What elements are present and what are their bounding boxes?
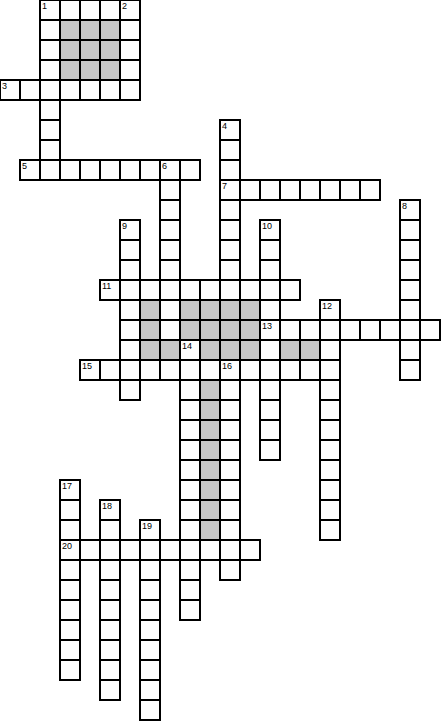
letter-cell-r18-c4[interactable]: 15	[79, 359, 101, 381]
letter-cell-r32-c3[interactable]	[59, 639, 81, 661]
letter-cell-r26-c11[interactable]	[219, 519, 241, 541]
letter-cell-r21-c9[interactable]	[179, 419, 201, 441]
letter-cell-r27-c6[interactable]	[119, 539, 141, 561]
letter-cell-r14-c6[interactable]	[119, 279, 141, 301]
letter-cell-r9-c12[interactable]	[239, 179, 261, 201]
clue-number-14: 14	[182, 341, 192, 351]
clue-number-6: 6	[162, 161, 167, 171]
letter-cell-r13-c11[interactable]	[219, 259, 241, 281]
clue-number-8: 8	[402, 201, 407, 211]
letter-cell-r15-c16[interactable]: 12	[319, 299, 341, 321]
letter-cell-r14-c10[interactable]	[199, 279, 221, 301]
filler-cell-r15-c11	[219, 299, 241, 321]
letter-cell-r17-c16[interactable]	[319, 339, 341, 361]
letter-cell-r8-c2[interactable]	[39, 159, 61, 181]
filler-cell-r2-c4	[79, 39, 101, 61]
letter-cell-r14-c5[interactable]: 11	[99, 279, 121, 301]
letter-cell-r14-c11[interactable]	[219, 279, 241, 301]
clue-number-16: 16	[222, 361, 232, 371]
filler-cell-r17-c8	[159, 339, 181, 361]
clue-number-15: 15	[82, 361, 92, 371]
filler-cell-r21-c10	[199, 419, 221, 441]
letter-cell-r18-c14[interactable]	[279, 359, 301, 381]
clue-number-20: 20	[62, 541, 72, 551]
letter-cell-r27-c4[interactable]	[79, 539, 101, 561]
letter-cell-r28-c11[interactable]	[219, 559, 241, 581]
letter-cell-r32-c7[interactable]	[139, 639, 161, 661]
letter-cell-r13-c6[interactable]	[119, 259, 141, 281]
letter-cell-r18-c12[interactable]	[239, 359, 261, 381]
letter-cell-r20-c11[interactable]	[219, 399, 241, 421]
letter-cell-r31-c3[interactable]	[59, 619, 81, 641]
filler-cell-r25-c10	[199, 499, 221, 521]
filler-cell-r15-c10	[199, 299, 221, 321]
letter-cell-r26-c16[interactable]	[319, 519, 341, 541]
letter-cell-r26-c3[interactable]	[59, 519, 81, 541]
letter-cell-r9-c16[interactable]	[319, 179, 341, 201]
clue-number-18: 18	[102, 501, 112, 511]
letter-cell-r6-c2[interactable]	[39, 119, 61, 141]
letter-cell-r16-c14[interactable]	[279, 319, 301, 341]
letter-cell-r9-c18[interactable]	[359, 179, 381, 201]
clue-number-13: 13	[262, 321, 272, 331]
letter-cell-r9-c13[interactable]	[259, 179, 281, 201]
letter-cell-r14-c13[interactable]	[259, 279, 281, 301]
filler-cell-r2-c5	[99, 39, 121, 61]
letter-cell-r27-c12[interactable]	[239, 539, 261, 561]
letter-cell-r18-c16[interactable]	[319, 359, 341, 381]
letter-cell-r30-c9[interactable]	[179, 599, 201, 621]
letter-cell-r8-c5[interactable]	[99, 159, 121, 181]
letter-cell-r13-c20[interactable]	[399, 259, 421, 281]
filler-cell-r23-c10	[199, 459, 221, 481]
letter-cell-r24-c3[interactable]: 17	[59, 479, 81, 501]
letter-cell-r4-c3[interactable]	[59, 79, 81, 101]
clue-number-4: 4	[222, 121, 227, 131]
letter-cell-r24-c9[interactable]	[179, 479, 201, 501]
letter-cell-r34-c7[interactable]	[139, 679, 161, 701]
clue-number-17: 17	[62, 481, 72, 491]
letter-cell-r18-c20[interactable]	[399, 359, 421, 381]
letter-cell-r33-c5[interactable]	[99, 659, 121, 681]
filler-cell-r17-c7	[139, 339, 161, 361]
filler-cell-r16-c12	[239, 319, 261, 341]
clue-number-12: 12	[322, 301, 332, 311]
letter-cell-r14-c20[interactable]	[399, 279, 421, 301]
letter-cell-r17-c9[interactable]: 14	[179, 339, 201, 361]
clue-number-1: 1	[42, 1, 47, 11]
filler-cell-r22-c10	[199, 439, 221, 461]
letter-cell-r29-c7[interactable]	[139, 579, 161, 601]
letter-cell-r15-c8[interactable]	[159, 299, 181, 321]
letter-cell-r28-c7[interactable]	[139, 559, 161, 581]
letter-cell-r10-c11[interactable]	[219, 199, 241, 221]
letter-cell-r11-c8[interactable]	[159, 219, 181, 241]
letter-cell-r27-c5[interactable]	[99, 539, 121, 561]
letter-cell-r11-c11[interactable]	[219, 219, 241, 241]
filler-cell-r2-c3	[59, 39, 81, 61]
letter-cell-r1-c2[interactable]	[39, 19, 61, 41]
filler-cell-r3-c3	[59, 59, 81, 81]
letter-cell-r22-c13[interactable]	[259, 439, 281, 461]
letter-cell-r31-c7[interactable]	[139, 619, 161, 641]
letter-cell-r16-c17[interactable]	[339, 319, 361, 341]
letter-cell-r12-c13[interactable]	[259, 239, 281, 261]
letter-cell-r4-c6[interactable]	[119, 79, 141, 101]
filler-cell-r3-c4	[79, 59, 101, 81]
filler-cell-r17-c11	[219, 339, 241, 361]
letter-cell-r35-c7[interactable]	[139, 699, 161, 721]
letter-cell-r25-c9[interactable]	[179, 499, 201, 521]
letter-cell-r9-c11[interactable]: 7	[219, 179, 241, 201]
filler-cell-r15-c12	[239, 299, 261, 321]
letter-cell-r19-c6[interactable]	[119, 379, 141, 401]
filler-cell-r3-c5	[99, 59, 121, 81]
letter-cell-r15-c13[interactable]	[259, 299, 281, 321]
filler-cell-r16-c11	[219, 319, 241, 341]
letter-cell-r18-c10[interactable]	[199, 359, 221, 381]
letter-cell-r2-c2[interactable]	[39, 39, 61, 61]
letter-cell-r21-c11[interactable]	[219, 419, 241, 441]
letter-cell-r18-c7[interactable]	[139, 359, 161, 381]
letter-cell-r0-c3[interactable]	[59, 0, 81, 21]
letter-cell-r7-c2[interactable]	[39, 139, 61, 161]
letter-cell-r4-c1[interactable]	[19, 79, 41, 101]
filler-cell-r1-c4	[79, 19, 101, 41]
letter-cell-r14-c14[interactable]	[279, 279, 301, 301]
filler-cell-r15-c7	[139, 299, 161, 321]
letter-cell-r8-c3[interactable]	[59, 159, 81, 181]
letter-cell-r31-c5[interactable]	[99, 619, 121, 641]
letter-cell-r0-c5[interactable]	[99, 0, 121, 21]
letter-cell-r21-c13[interactable]	[259, 419, 281, 441]
letter-cell-r18-c11[interactable]: 16	[219, 359, 241, 381]
letter-cell-r27-c7[interactable]	[139, 539, 161, 561]
letter-cell-r16-c13[interactable]: 13	[259, 319, 281, 341]
letter-cell-r25-c11[interactable]	[219, 499, 241, 521]
letter-cell-r9-c8[interactable]	[159, 179, 181, 201]
letter-cell-r2-c6[interactable]	[119, 39, 141, 61]
letter-cell-r4-c2[interactable]	[39, 79, 61, 101]
letter-cell-r19-c13[interactable]	[259, 379, 281, 401]
letter-cell-r29-c9[interactable]	[179, 579, 201, 601]
letter-cell-r9-c15[interactable]	[299, 179, 321, 201]
letter-cell-r17-c20[interactable]	[399, 339, 421, 361]
letter-cell-r8-c1[interactable]: 5	[19, 159, 41, 181]
letter-cell-r1-c6[interactable]	[119, 19, 141, 41]
letter-cell-r27-c9[interactable]	[179, 539, 201, 561]
letter-cell-r13-c8[interactable]	[159, 259, 181, 281]
letter-cell-r22-c11[interactable]	[219, 439, 241, 461]
letter-cell-r18-c15[interactable]	[299, 359, 321, 381]
letter-cell-r9-c17[interactable]	[339, 179, 361, 201]
letter-cell-r28-c3[interactable]	[59, 559, 81, 581]
filler-cell-r17-c12	[239, 339, 261, 361]
letter-cell-r19-c9[interactable]	[179, 379, 201, 401]
filler-cell-r17-c10	[199, 339, 221, 361]
letter-cell-r27-c3[interactable]: 20	[59, 539, 81, 561]
letter-cell-r12-c8[interactable]	[159, 239, 181, 261]
letter-cell-r7-c11[interactable]	[219, 139, 241, 161]
letter-cell-r17-c6[interactable]	[119, 339, 141, 361]
letter-cell-r10-c20[interactable]: 8	[399, 199, 421, 221]
letter-cell-r8-c8[interactable]: 6	[159, 159, 181, 181]
letter-cell-r3-c2[interactable]	[39, 59, 61, 81]
letter-cell-r28-c5[interactable]	[99, 559, 121, 581]
letter-cell-r27-c10[interactable]	[199, 539, 221, 561]
letter-cell-r28-c9[interactable]	[179, 559, 201, 581]
letter-cell-r23-c16[interactable]	[319, 459, 341, 481]
letter-cell-r5-c2[interactable]	[39, 99, 61, 121]
letter-cell-r16-c21[interactable]	[419, 319, 441, 341]
filler-cell-r19-c10	[199, 379, 221, 401]
letter-cell-r14-c12[interactable]	[239, 279, 261, 301]
letter-cell-r20-c9[interactable]	[179, 399, 201, 421]
letter-cell-r0-c2[interactable]: 1	[39, 0, 61, 21]
letter-cell-r15-c6[interactable]	[119, 299, 141, 321]
filler-cell-r15-c9	[179, 299, 201, 321]
letter-cell-r4-c0[interactable]: 3	[0, 79, 21, 101]
letter-cell-r8-c9[interactable]	[179, 159, 201, 181]
clue-number-9: 9	[122, 221, 127, 231]
clue-number-19: 19	[142, 521, 152, 531]
letter-cell-r0-c6[interactable]: 2	[119, 0, 141, 21]
letter-cell-r30-c3[interactable]	[59, 599, 81, 621]
letter-cell-r29-c5[interactable]	[99, 579, 121, 601]
letter-cell-r10-c8[interactable]	[159, 199, 181, 221]
letter-cell-r26-c7[interactable]: 19	[139, 519, 161, 541]
filler-cell-r1-c5	[99, 19, 121, 41]
letter-cell-r18-c13[interactable]	[259, 359, 281, 381]
filler-cell-r16-c7	[139, 319, 161, 341]
letter-cell-r23-c11[interactable]	[219, 459, 241, 481]
letter-cell-r3-c6[interactable]	[119, 59, 141, 81]
filler-cell-r24-c10	[199, 479, 221, 501]
letter-cell-r34-c5[interactable]	[99, 679, 121, 701]
letter-cell-r12-c11[interactable]	[219, 239, 241, 261]
letter-cell-r25-c3[interactable]	[59, 499, 81, 521]
letter-cell-r17-c13[interactable]	[259, 339, 281, 361]
letter-cell-r20-c16[interactable]	[319, 399, 341, 421]
letter-cell-r29-c3[interactable]	[59, 579, 81, 601]
letter-cell-r27-c11[interactable]	[219, 539, 241, 561]
clue-number-5: 5	[22, 161, 27, 171]
letter-cell-r14-c7[interactable]	[139, 279, 161, 301]
letter-cell-r22-c16[interactable]	[319, 439, 341, 461]
letter-cell-r16-c6[interactable]	[119, 319, 141, 341]
letter-cell-r16-c20[interactable]	[399, 319, 421, 341]
letter-cell-r11-c6[interactable]: 9	[119, 219, 141, 241]
letter-cell-r20-c13[interactable]	[259, 399, 281, 421]
letter-cell-r4-c4[interactable]	[79, 79, 101, 101]
letter-cell-r18-c9[interactable]	[179, 359, 201, 381]
filler-cell-r16-c9	[179, 319, 201, 341]
letter-cell-r14-c9[interactable]	[179, 279, 201, 301]
letter-cell-r24-c11[interactable]	[219, 479, 241, 501]
letter-cell-r16-c19[interactable]	[379, 319, 401, 341]
filler-cell-r20-c10	[199, 399, 221, 421]
letter-cell-r16-c18[interactable]	[359, 319, 381, 341]
letter-cell-r4-c5[interactable]	[99, 79, 121, 101]
letter-cell-r11-c13[interactable]: 10	[259, 219, 281, 241]
letter-cell-r16-c16[interactable]	[319, 319, 341, 341]
letter-cell-r19-c16[interactable]	[319, 379, 341, 401]
letter-cell-r25-c16[interactable]	[319, 499, 341, 521]
letter-cell-r30-c7[interactable]	[139, 599, 161, 621]
clue-number-11: 11	[102, 281, 111, 291]
filler-cell-r17-c15	[299, 339, 321, 361]
crossword-grid: 1234567891011121314151617181920	[0, 0, 441, 721]
letter-cell-r21-c16[interactable]	[319, 419, 341, 441]
letter-cell-r12-c6[interactable]	[119, 239, 141, 261]
letter-cell-r33-c7[interactable]	[139, 659, 161, 681]
letter-cell-r22-c9[interactable]	[179, 439, 201, 461]
letter-cell-r15-c20[interactable]	[399, 299, 421, 321]
letter-cell-r14-c8[interactable]	[159, 279, 181, 301]
letter-cell-r16-c15[interactable]	[299, 319, 321, 341]
letter-cell-r32-c5[interactable]	[99, 639, 121, 661]
letter-cell-r25-c5[interactable]: 18	[99, 499, 121, 521]
letter-cell-r13-c13[interactable]	[259, 259, 281, 281]
letter-cell-r18-c5[interactable]	[99, 359, 121, 381]
letter-cell-r16-c8[interactable]	[159, 319, 181, 341]
letter-cell-r27-c8[interactable]	[159, 539, 181, 561]
clue-number-10: 10	[262, 221, 272, 231]
letter-cell-r12-c20[interactable]	[399, 239, 421, 261]
letter-cell-r8-c7[interactable]	[139, 159, 161, 181]
letter-cell-r23-c9[interactable]	[179, 459, 201, 481]
letter-cell-r30-c5[interactable]	[99, 599, 121, 621]
letter-cell-r8-c11[interactable]	[219, 159, 241, 181]
clue-number-7: 7	[222, 181, 227, 191]
letter-cell-r24-c16[interactable]	[319, 479, 341, 501]
clue-number-3: 3	[2, 81, 7, 91]
letter-cell-r33-c3[interactable]	[59, 659, 81, 681]
letter-cell-r18-c6[interactable]	[119, 359, 141, 381]
letter-cell-r8-c6[interactable]	[119, 159, 141, 181]
letter-cell-r26-c5[interactable]	[99, 519, 121, 541]
letter-cell-r18-c8[interactable]	[159, 359, 181, 381]
filler-cell-r1-c3	[59, 19, 81, 41]
letter-cell-r19-c11[interactable]	[219, 379, 241, 401]
letter-cell-r11-c20[interactable]	[399, 219, 421, 241]
letter-cell-r26-c9[interactable]	[179, 519, 201, 541]
letter-cell-r6-c11[interactable]: 4	[219, 119, 241, 141]
letter-cell-r9-c14[interactable]	[279, 179, 301, 201]
clue-number-2: 2	[122, 1, 127, 11]
filler-cell-r16-c10	[199, 319, 221, 341]
letter-cell-r8-c4[interactable]	[79, 159, 101, 181]
filler-cell-r26-c10	[199, 519, 221, 541]
letter-cell-r0-c4[interactable]	[79, 0, 101, 21]
filler-cell-r17-c14	[279, 339, 301, 361]
